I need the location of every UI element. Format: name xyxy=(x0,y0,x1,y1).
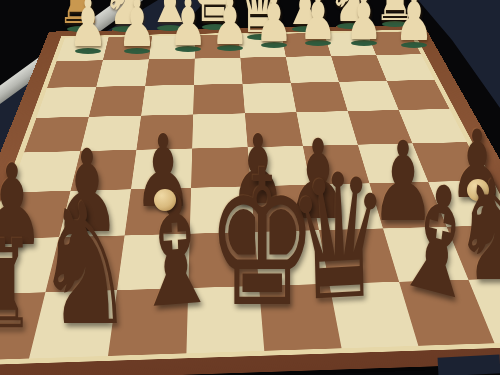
black-rook[interactable]: ♜ xyxy=(0,224,36,346)
chessboard-photo: ♜♞♝♚♛♝♞♜♟♟♟♟♟♟♟♟♟♟♟♟♟♟♟♜♞♝♚♛♝♞ xyxy=(0,0,500,375)
white-pawn[interactable]: ♟ xyxy=(299,0,337,49)
white-pawn[interactable]: ♟ xyxy=(68,0,107,57)
black-queen[interactable]: ♛ xyxy=(286,149,392,326)
piece-layer: ♜♞♝♚♛♝♞♜♟♟♟♟♟♟♟♟♟♟♟♟♟♟♟♜♞♝♚♛♝♞ xyxy=(0,0,500,375)
white-pawn[interactable]: ♟ xyxy=(255,0,293,51)
white-pawn[interactable]: ♟ xyxy=(394,0,433,51)
white-pawn[interactable]: ♟ xyxy=(169,0,207,55)
white-pawn[interactable]: ♟ xyxy=(211,0,249,54)
black-knight[interactable]: ♞ xyxy=(35,181,134,349)
white-pawn[interactable]: ♟ xyxy=(345,0,382,49)
bishop-finial-ball xyxy=(154,189,176,211)
black-knight[interactable]: ♞ xyxy=(453,163,500,301)
white-pawn[interactable]: ♟ xyxy=(117,0,156,57)
